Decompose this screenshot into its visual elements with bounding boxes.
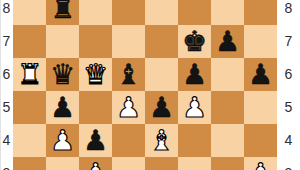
- square-a3[interactable]: [13, 157, 46, 170]
- square-e5[interactable]: ♟: [145, 91, 178, 124]
- square-g6[interactable]: [211, 58, 244, 91]
- square-c8[interactable]: [79, 0, 112, 25]
- piece-black-pawn: ♟: [145, 91, 178, 124]
- square-b7[interactable]: [46, 25, 79, 58]
- square-d7[interactable]: [112, 25, 145, 58]
- rank-label-right-7: 7: [277, 25, 300, 58]
- rank-label-left-7: 7: [0, 25, 13, 58]
- piece-white-pawn: ♟: [244, 157, 277, 170]
- rank-label-right-6: 6: [277, 58, 300, 91]
- square-g4[interactable]: [211, 124, 244, 157]
- square-d4[interactable]: [112, 124, 145, 157]
- piece-black-king: ♚: [178, 25, 211, 58]
- square-c3[interactable]: ♟: [79, 157, 112, 170]
- square-b4[interactable]: ♟: [46, 124, 79, 157]
- rank-label-right-4: 4: [277, 124, 300, 157]
- square-h7[interactable]: [244, 25, 277, 58]
- square-h8[interactable]: [244, 0, 277, 25]
- square-e4[interactable]: ♝: [145, 124, 178, 157]
- square-g5[interactable]: [211, 91, 244, 124]
- square-b8[interactable]: ♜: [46, 0, 79, 25]
- square-c6[interactable]: ♛: [79, 58, 112, 91]
- square-f7[interactable]: ♚: [178, 25, 211, 58]
- square-f5[interactable]: ♟: [178, 91, 211, 124]
- piece-black-queen: ♛: [46, 58, 79, 91]
- square-h6[interactable]: ♟: [244, 58, 277, 91]
- square-d5[interactable]: ♟: [112, 91, 145, 124]
- square-d3[interactable]: [112, 157, 145, 170]
- square-e8[interactable]: [145, 0, 178, 25]
- square-e3[interactable]: [145, 157, 178, 170]
- square-f8[interactable]: [178, 0, 211, 25]
- rank-label-right-5: 5: [277, 91, 300, 124]
- square-h4[interactable]: [244, 124, 277, 157]
- square-a6[interactable]: ♜: [13, 58, 46, 91]
- square-h3[interactable]: ♟: [244, 157, 277, 170]
- square-b6[interactable]: ♛: [46, 58, 79, 91]
- square-f6[interactable]: ♟: [178, 58, 211, 91]
- square-d6[interactable]: ♝: [112, 58, 145, 91]
- square-a7[interactable]: [13, 25, 46, 58]
- rank-label-left-8: 8: [0, 0, 13, 25]
- rank-label-left-3: 3: [0, 157, 13, 170]
- square-g7[interactable]: ♟: [211, 25, 244, 58]
- piece-white-bishop: ♝: [145, 124, 178, 157]
- piece-white-pawn: ♟: [112, 91, 145, 124]
- left-edge-divider: [0, 0, 1, 170]
- square-b3[interactable]: [46, 157, 79, 170]
- piece-white-pawn: ♟: [46, 124, 79, 157]
- square-c5[interactable]: [79, 91, 112, 124]
- piece-black-bishop: ♝: [112, 58, 145, 91]
- square-c7[interactable]: [79, 25, 112, 58]
- square-b5[interactable]: ♟: [46, 91, 79, 124]
- square-h5[interactable]: [244, 91, 277, 124]
- square-f4[interactable]: [178, 124, 211, 157]
- rank-label-left-6: 6: [0, 58, 13, 91]
- rank-label-right-8: 8: [277, 0, 300, 25]
- chess-board-screenshot: ♜♚♟♜♛♛♝♟♟♟♟♟♟♟♟♝♟♟ 876543 876543: [0, 0, 300, 170]
- square-d8[interactable]: [112, 0, 145, 25]
- square-a8[interactable]: [13, 0, 46, 25]
- piece-black-pawn: ♟: [244, 58, 277, 91]
- rank-label-left-4: 4: [0, 124, 13, 157]
- piece-white-queen: ♛: [79, 58, 112, 91]
- piece-black-pawn: ♟: [46, 91, 79, 124]
- rank-label-left-5: 5: [0, 91, 13, 124]
- chess-board: ♜♚♟♜♛♛♝♟♟♟♟♟♟♟♟♝♟♟: [13, 0, 277, 170]
- rank-label-right-3: 3: [277, 157, 300, 170]
- piece-black-pawn: ♟: [211, 25, 244, 58]
- square-a4[interactable]: [13, 124, 46, 157]
- piece-white-pawn: ♟: [178, 91, 211, 124]
- square-g8[interactable]: [211, 0, 244, 25]
- square-c4[interactable]: ♟: [79, 124, 112, 157]
- square-a5[interactable]: [13, 91, 46, 124]
- piece-black-rook: ♜: [46, 0, 79, 25]
- square-f3[interactable]: [178, 157, 211, 170]
- piece-black-pawn: ♟: [79, 124, 112, 157]
- piece-white-rook: ♜: [13, 58, 46, 91]
- square-e6[interactable]: [145, 58, 178, 91]
- square-e7[interactable]: [145, 25, 178, 58]
- piece-white-pawn: ♟: [79, 157, 112, 170]
- square-g3[interactable]: [211, 157, 244, 170]
- piece-black-pawn: ♟: [178, 58, 211, 91]
